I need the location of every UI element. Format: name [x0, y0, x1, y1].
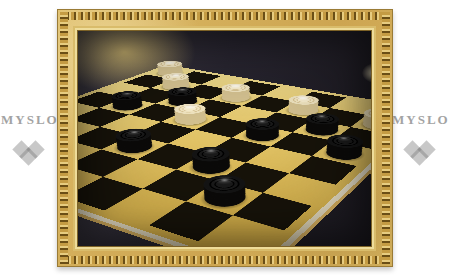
checkers-photo	[78, 31, 371, 246]
frame-beading-right	[382, 12, 390, 264]
page-canvas: MYSLO MYSLO	[0, 0, 450, 278]
board-white-rim	[78, 65, 371, 246]
myslo-heart-icon	[403, 142, 437, 170]
board-side-edge	[78, 65, 371, 246]
watermark-left: MYSLO	[1, 112, 57, 170]
frame-beading-bottom	[60, 256, 390, 264]
board-face	[78, 65, 371, 246]
myslo-text: MYSLO	[392, 112, 448, 128]
frame-beading-top	[60, 12, 390, 20]
picture-frame	[57, 9, 393, 267]
watermark-right: MYSLO	[392, 112, 448, 170]
myslo-heart-icon	[12, 142, 46, 170]
board-grid	[78, 67, 371, 246]
frame-beading-left	[60, 12, 68, 264]
checkers-board	[78, 65, 371, 246]
myslo-text: MYSLO	[1, 112, 57, 128]
blurred-cream-piece	[362, 63, 371, 83]
frame-inner-bevel	[77, 30, 372, 247]
